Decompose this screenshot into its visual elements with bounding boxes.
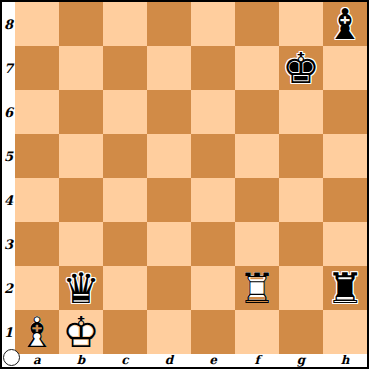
file-label-b: b: [59, 354, 103, 367]
square-g5[interactable]: [279, 134, 323, 178]
square-a8[interactable]: [15, 2, 59, 46]
square-b2[interactable]: ♛: [59, 266, 103, 310]
white-to-move-indicator: [3, 349, 20, 366]
square-h7[interactable]: [323, 46, 367, 90]
square-g3[interactable]: [279, 222, 323, 266]
square-b7[interactable]: [59, 46, 103, 90]
square-f4[interactable]: [235, 178, 279, 222]
square-d7[interactable]: [147, 46, 191, 90]
square-h6[interactable]: [323, 90, 367, 134]
board: ♝♚♛♜♖♜♝♗♚♔: [15, 2, 367, 354]
square-c2[interactable]: [103, 266, 147, 310]
white-bishop-outline: ♗: [15, 310, 59, 354]
square-f6[interactable]: [235, 90, 279, 134]
square-e8[interactable]: [191, 2, 235, 46]
file-labels: abcdefgh: [15, 354, 367, 367]
square-e7[interactable]: [191, 46, 235, 90]
black-queen[interactable]: ♛: [59, 266, 103, 310]
square-e2[interactable]: [191, 266, 235, 310]
square-c3[interactable]: [103, 222, 147, 266]
square-d5[interactable]: [147, 134, 191, 178]
square-f1[interactable]: [235, 310, 279, 354]
rank-label-7: 7: [2, 46, 15, 90]
white-king[interactable]: ♚♔: [59, 310, 103, 354]
square-g4[interactable]: [279, 178, 323, 222]
square-b8[interactable]: [59, 2, 103, 46]
square-a6[interactable]: [15, 90, 59, 134]
square-g7[interactable]: ♚: [279, 46, 323, 90]
file-label-e: e: [191, 354, 235, 367]
square-d1[interactable]: [147, 310, 191, 354]
square-e1[interactable]: [191, 310, 235, 354]
square-h8[interactable]: ♝: [323, 2, 367, 46]
square-a2[interactable]: [15, 266, 59, 310]
square-c1[interactable]: [103, 310, 147, 354]
square-g2[interactable]: [279, 266, 323, 310]
rank-label-3: 3: [2, 222, 15, 266]
square-f8[interactable]: [235, 2, 279, 46]
rank-label-4: 4: [2, 178, 15, 222]
square-a3[interactable]: [15, 222, 59, 266]
square-c8[interactable]: [103, 2, 147, 46]
file-label-d: d: [147, 354, 191, 367]
rank-label-1: 1: [2, 310, 15, 354]
square-f3[interactable]: [235, 222, 279, 266]
square-f2[interactable]: ♜♖: [235, 266, 279, 310]
square-b6[interactable]: [59, 90, 103, 134]
black-rook[interactable]: ♜: [323, 266, 367, 310]
rank-label-5: 5: [2, 134, 15, 178]
rank-label-2: 2: [2, 266, 15, 310]
rank-labels: 87654321: [2, 2, 15, 354]
file-label-a: a: [15, 354, 59, 367]
square-a4[interactable]: [15, 178, 59, 222]
white-rook-outline: ♖: [235, 266, 279, 310]
square-b3[interactable]: [59, 222, 103, 266]
square-g8[interactable]: [279, 2, 323, 46]
square-e4[interactable]: [191, 178, 235, 222]
square-h5[interactable]: [323, 134, 367, 178]
square-g1[interactable]: [279, 310, 323, 354]
file-label-h: h: [323, 354, 367, 367]
square-d3[interactable]: [147, 222, 191, 266]
square-h4[interactable]: [323, 178, 367, 222]
square-c4[interactable]: [103, 178, 147, 222]
square-c7[interactable]: [103, 46, 147, 90]
black-king[interactable]: ♚: [279, 46, 323, 90]
square-h1[interactable]: [323, 310, 367, 354]
square-d8[interactable]: [147, 2, 191, 46]
white-bishop[interactable]: ♝♗: [15, 310, 59, 354]
white-rook[interactable]: ♜♖: [235, 266, 279, 310]
file-label-g: g: [279, 354, 323, 367]
square-h2[interactable]: ♜: [323, 266, 367, 310]
file-label-f: f: [235, 354, 279, 367]
black-bishop[interactable]: ♝: [323, 2, 367, 46]
square-e5[interactable]: [191, 134, 235, 178]
square-b4[interactable]: [59, 178, 103, 222]
square-h3[interactable]: [323, 222, 367, 266]
square-d6[interactable]: [147, 90, 191, 134]
square-e3[interactable]: [191, 222, 235, 266]
square-f5[interactable]: [235, 134, 279, 178]
square-c6[interactable]: [103, 90, 147, 134]
square-d4[interactable]: [147, 178, 191, 222]
square-f7[interactable]: [235, 46, 279, 90]
square-a5[interactable]: [15, 134, 59, 178]
rank-label-8: 8: [2, 2, 15, 46]
square-a1[interactable]: ♝♗: [15, 310, 59, 354]
square-g6[interactable]: [279, 90, 323, 134]
square-c5[interactable]: [103, 134, 147, 178]
square-b5[interactable]: [59, 134, 103, 178]
chess-board-diagram: 87654321 ♝♚♛♜♖♜♝♗♚♔ abcdefgh: [0, 0, 369, 369]
white-king-outline: ♔: [59, 310, 103, 354]
file-label-c: c: [103, 354, 147, 367]
square-b1[interactable]: ♚♔: [59, 310, 103, 354]
square-e6[interactable]: [191, 90, 235, 134]
rank-label-6: 6: [2, 90, 15, 134]
square-d2[interactable]: [147, 266, 191, 310]
square-a7[interactable]: [15, 46, 59, 90]
